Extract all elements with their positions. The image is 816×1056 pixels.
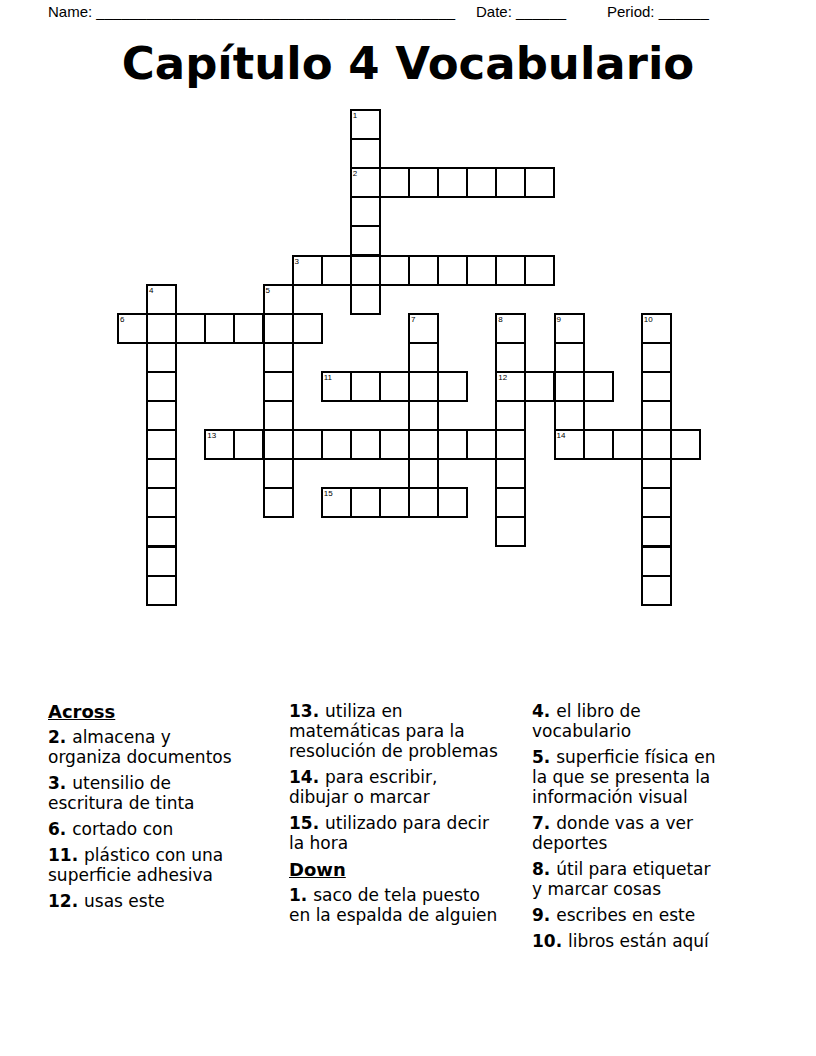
clue-number-label: 8. xyxy=(532,859,556,879)
clue-text: libros están aquí xyxy=(568,931,709,951)
cell-r13c9[interactable] xyxy=(379,487,410,518)
date-field: Date: ______ xyxy=(476,3,566,21)
page-title: Capítulo 4 Vocabulario xyxy=(0,38,816,90)
clue-number-label: 12. xyxy=(48,891,84,911)
clue-number-label: 5. xyxy=(532,747,556,767)
clue-text: almacena y organiza documentos xyxy=(48,727,232,767)
cell-r13c13[interactable] xyxy=(495,487,526,518)
cell-r11c16[interactable] xyxy=(583,429,614,460)
cell-r13c5[interactable] xyxy=(263,487,294,518)
cell-r11c10[interactable] xyxy=(408,429,439,460)
clue-text: donde vas a ver deportes xyxy=(532,813,693,853)
clue-8: 8. útil para etiquetar y marcar cosas xyxy=(532,859,772,899)
cell-r12c1[interactable] xyxy=(146,458,177,489)
cell-number-2: 2 xyxy=(353,170,357,178)
cell-r8c5[interactable] xyxy=(263,342,294,373)
name-field: Name: __________________________________… xyxy=(48,3,455,21)
clue-9: 9. escribes en este xyxy=(532,905,772,925)
cell-number-10: 10 xyxy=(644,316,653,324)
cell-r11c11[interactable] xyxy=(437,429,468,460)
cell-r5c12[interactable] xyxy=(466,255,497,286)
cell-r7c1[interactable] xyxy=(146,313,177,344)
cell-r11c17[interactable] xyxy=(612,429,643,460)
clue-number-label: 14. xyxy=(289,767,325,787)
cell-r16c1[interactable] xyxy=(146,575,177,606)
cell-r11c13[interactable] xyxy=(495,429,526,460)
cell-r7c5[interactable] xyxy=(263,313,294,344)
down-heading: Down xyxy=(289,859,527,881)
cell-number-5: 5 xyxy=(266,287,270,295)
cell-r7c4[interactable] xyxy=(233,313,264,344)
cell-r1c8[interactable] xyxy=(350,138,381,169)
cell-number-13: 13 xyxy=(207,432,216,440)
cell-r10c15[interactable] xyxy=(554,400,585,431)
clue-number-label: 4. xyxy=(532,701,556,721)
clue-number-label: 13. xyxy=(289,701,325,721)
clue-1: 1. saco de tela puesto en la espalda de … xyxy=(289,885,527,925)
cell-r11c12[interactable] xyxy=(466,429,497,460)
cell-number-11: 11 xyxy=(324,374,332,382)
cell-r11c18[interactable] xyxy=(641,429,672,460)
clue-column-1: Across2. almacena y organiza documentos3… xyxy=(48,701,283,917)
cell-r11c6[interactable] xyxy=(292,429,323,460)
clue-number-label: 6. xyxy=(48,819,72,839)
cell-r9c1[interactable] xyxy=(146,371,177,402)
cell-r11c4[interactable] xyxy=(233,429,264,460)
cell-r7c6[interactable] xyxy=(292,313,323,344)
cell-r9c11[interactable] xyxy=(437,371,468,402)
cell-r13c18[interactable] xyxy=(641,487,672,518)
cell-r16c18[interactable] xyxy=(641,575,672,606)
date-blank-line[interactable]: ______ xyxy=(516,3,566,20)
cell-r14c13[interactable] xyxy=(495,516,526,547)
cell-r3c8[interactable] xyxy=(350,196,381,227)
cell-r5c9[interactable] xyxy=(379,255,410,286)
cell-number-12: 12 xyxy=(498,374,507,382)
cell-r12c10[interactable] xyxy=(408,458,439,489)
date-label: Date: xyxy=(476,3,512,20)
worksheet-page: Name: __________________________________… xyxy=(0,0,816,1056)
cell-r9c10[interactable] xyxy=(408,371,439,402)
cell-r8c18[interactable] xyxy=(641,342,672,373)
clue-number-label: 11. xyxy=(48,845,84,865)
clue-number-label: 1. xyxy=(289,885,313,905)
cell-number-4: 4 xyxy=(149,287,153,295)
cell-r12c18[interactable] xyxy=(641,458,672,489)
cell-r11c9[interactable] xyxy=(379,429,410,460)
clue-text: saco de tela puesto en la espalda de alg… xyxy=(289,885,497,925)
cell-r10c18[interactable] xyxy=(641,400,672,431)
clue-13: 13. utiliza en matemáticas para la resol… xyxy=(289,701,527,761)
clue-number-label: 15. xyxy=(289,813,325,833)
cell-r11c8[interactable] xyxy=(350,429,381,460)
period-field: Period: ______ xyxy=(607,3,709,21)
clue-number-label: 3. xyxy=(48,773,72,793)
clue-text: útil para etiquetar y marcar cosas xyxy=(532,859,710,899)
name-blank-line[interactable]: ________________________________________… xyxy=(96,3,455,20)
cell-r7c3[interactable] xyxy=(204,313,235,344)
clue-4: 4. el libro de vocabulario xyxy=(532,701,772,741)
cell-r12c5[interactable] xyxy=(263,458,294,489)
cell-r9c14[interactable] xyxy=(524,371,555,402)
clue-15: 15. utilizado para decir la hora xyxy=(289,813,527,853)
cell-r15c18[interactable] xyxy=(641,546,672,577)
cell-number-3: 3 xyxy=(295,258,299,266)
cell-r2c14[interactable] xyxy=(524,167,555,198)
cell-r5c7[interactable] xyxy=(321,255,352,286)
cell-r5c13[interactable] xyxy=(495,255,526,286)
cell-r10c10[interactable] xyxy=(408,400,439,431)
cell-r2c13[interactable] xyxy=(495,167,526,198)
period-blank-line[interactable]: ______ xyxy=(659,3,709,20)
cell-number-14: 14 xyxy=(557,432,566,440)
cell-r10c13[interactable] xyxy=(495,400,526,431)
cell-r13c10[interactable] xyxy=(408,487,439,518)
cell-r8c13[interactable] xyxy=(495,342,526,373)
cell-r13c11[interactable] xyxy=(437,487,468,518)
clue-7: 7. donde vas a ver deportes xyxy=(532,813,772,853)
clue-column-3: 4. el libro de vocabulario5. superficie … xyxy=(532,701,772,957)
cell-r5c10[interactable] xyxy=(408,255,439,286)
cell-r11c19[interactable] xyxy=(670,429,701,460)
cell-r11c7[interactable] xyxy=(321,429,352,460)
cell-r6c8[interactable] xyxy=(350,284,381,315)
clue-text: escribes en este xyxy=(556,905,695,925)
cell-number-6: 6 xyxy=(120,316,124,324)
cell-r2c11[interactable] xyxy=(437,167,468,198)
clue-number-label: 10. xyxy=(532,931,568,951)
cell-r9c16[interactable] xyxy=(583,371,614,402)
cell-number-1: 1 xyxy=(353,112,357,120)
clue-column-2: 13. utiliza en matemáticas para la resol… xyxy=(289,701,527,931)
cell-number-7: 7 xyxy=(411,316,415,324)
clue-5: 5. superficie física en la que se presen… xyxy=(532,747,772,807)
across-heading: Across xyxy=(48,701,283,723)
cell-r9c5[interactable] xyxy=(263,371,294,402)
clue-14: 14. para escribir, dibujar o marcar xyxy=(289,767,527,807)
cell-r11c1[interactable] xyxy=(146,429,177,460)
cell-r12c13[interactable] xyxy=(495,458,526,489)
period-label: Period: xyxy=(607,3,655,20)
cell-r9c15[interactable] xyxy=(554,371,585,402)
cell-r13c8[interactable] xyxy=(350,487,381,518)
cell-r15c1[interactable] xyxy=(146,546,177,577)
cell-r7c2[interactable] xyxy=(175,313,206,344)
cell-number-9: 9 xyxy=(557,316,561,324)
clue-11: 11. plástico con una superficie adhesiva xyxy=(48,845,283,885)
cell-r2c12[interactable] xyxy=(466,167,497,198)
cell-r9c8[interactable] xyxy=(350,371,381,402)
cell-r5c14[interactable] xyxy=(524,255,555,286)
cell-r2c9[interactable] xyxy=(379,167,410,198)
cell-r2c10[interactable] xyxy=(408,167,439,198)
clue-3: 3. utensilio de escritura de tinta xyxy=(48,773,283,813)
clue-number-label: 2. xyxy=(48,727,72,747)
cell-r14c1[interactable] xyxy=(146,516,177,547)
cell-r10c5[interactable] xyxy=(263,400,294,431)
cell-r9c18[interactable] xyxy=(641,371,672,402)
clue-2: 2. almacena y organiza documentos xyxy=(48,727,283,767)
cell-number-15: 15 xyxy=(324,490,333,498)
clue-number-label: 9. xyxy=(532,905,556,925)
clue-10: 10. libros están aquí xyxy=(532,931,772,951)
name-label: Name: xyxy=(48,3,92,20)
cell-r8c10[interactable] xyxy=(408,342,439,373)
clue-6: 6. cortado con xyxy=(48,819,283,839)
cell-r14c18[interactable] xyxy=(641,516,672,547)
clue-12: 12. usas este xyxy=(48,891,283,911)
clue-text: superficie física en la que se presenta … xyxy=(532,747,715,807)
cell-number-8: 8 xyxy=(498,316,502,324)
cell-r8c15[interactable] xyxy=(554,342,585,373)
cell-r4c8[interactable] xyxy=(350,225,381,256)
cell-r5c8[interactable] xyxy=(350,255,381,286)
cell-r9c9[interactable] xyxy=(379,371,410,402)
clue-text: usas este xyxy=(84,891,165,911)
cell-r8c1[interactable] xyxy=(146,342,177,373)
cell-r13c1[interactable] xyxy=(146,487,177,518)
cell-r10c1[interactable] xyxy=(146,400,177,431)
cell-r11c5[interactable] xyxy=(263,429,294,460)
clue-number-label: 7. xyxy=(532,813,556,833)
cell-r5c11[interactable] xyxy=(437,255,468,286)
clue-text: cortado con xyxy=(72,819,173,839)
